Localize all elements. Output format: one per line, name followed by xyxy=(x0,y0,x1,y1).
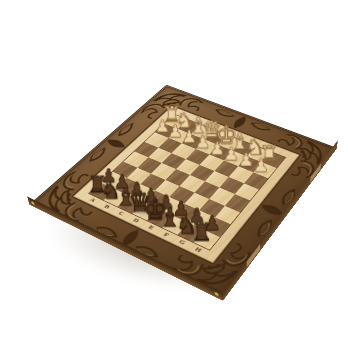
brass-pin-icon xyxy=(215,291,219,296)
chess-board: ABCDEFGH ♜♞♝♛♚♝♞♜♟♟♟♟♟♟♟♟♟♟♟♟♟♟♟♟♜♞♝♛♚♝♞… xyxy=(29,85,337,301)
product-photo: ABCDEFGH ♜♞♝♛♚♝♞♜♟♟♟♟♟♟♟♟♟♟♟♟♟♟♟♟♜♞♝♛♚♝♞… xyxy=(0,0,348,350)
photo-scene: ABCDEFGH ♜♞♝♛♚♝♞♜♟♟♟♟♟♟♟♟♟♟♟♟♟♟♟♟♜♞♝♛♚♝♞… xyxy=(0,0,348,350)
dark-r-glyph: ♜ xyxy=(185,221,218,245)
light-p-glyph: ♟ xyxy=(246,157,276,175)
brass-pin-icon xyxy=(31,201,35,206)
